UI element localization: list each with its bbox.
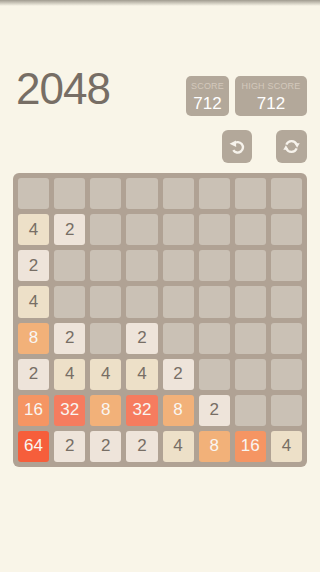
tile-4: 4 [18, 286, 49, 317]
empty-cell [18, 178, 49, 209]
tile-8: 8 [163, 395, 194, 426]
refresh-button[interactable] [276, 130, 307, 163]
empty-cell [271, 178, 302, 209]
high-score-label: HIGH SCORE [235, 82, 307, 91]
empty-cell [271, 250, 302, 281]
empty-cell [199, 250, 230, 281]
empty-cell [199, 214, 230, 245]
tile-4: 4 [126, 359, 157, 390]
empty-cell [90, 178, 121, 209]
tile-2: 2 [54, 214, 85, 245]
empty-cell [163, 178, 194, 209]
empty-cell [126, 250, 157, 281]
tile-8: 8 [199, 431, 230, 462]
score-value: 712 [186, 94, 229, 113]
high-score-box: HIGH SCORE 712 [235, 76, 307, 116]
empty-cell [199, 178, 230, 209]
tile-32: 32 [126, 395, 157, 426]
undo-icon [227, 136, 248, 157]
tile-2: 2 [54, 431, 85, 462]
empty-cell [199, 359, 230, 390]
empty-cell [235, 250, 266, 281]
empty-cell [235, 323, 266, 354]
empty-cell [199, 286, 230, 317]
empty-cell [271, 286, 302, 317]
empty-cell [126, 286, 157, 317]
tile-2: 2 [18, 250, 49, 281]
status-bar-shadow [0, 0, 320, 6]
empty-cell [235, 214, 266, 245]
empty-cell [54, 178, 85, 209]
tile-4: 4 [163, 431, 194, 462]
empty-cell [271, 395, 302, 426]
tile-2: 2 [54, 323, 85, 354]
tile-4: 4 [54, 359, 85, 390]
empty-cell [199, 323, 230, 354]
tile-2: 2 [18, 359, 49, 390]
tile-4: 4 [18, 214, 49, 245]
empty-cell [126, 214, 157, 245]
score-box: SCORE 712 [186, 76, 229, 116]
empty-cell [235, 395, 266, 426]
empty-cell [90, 250, 121, 281]
empty-cell [235, 178, 266, 209]
score-label: SCORE [186, 82, 229, 91]
empty-cell [163, 286, 194, 317]
empty-cell [163, 214, 194, 245]
tile-64: 64 [18, 431, 49, 462]
tile-4: 4 [90, 359, 121, 390]
tile-2: 2 [126, 431, 157, 462]
tile-4: 4 [271, 431, 302, 462]
tile-16: 16 [235, 431, 266, 462]
app-title: 2048 [16, 67, 110, 111]
empty-cell [163, 323, 194, 354]
refresh-icon [281, 136, 302, 157]
empty-cell [90, 214, 121, 245]
tile-32: 32 [54, 395, 85, 426]
tile-2: 2 [199, 395, 230, 426]
tile-2: 2 [90, 431, 121, 462]
undo-button[interactable] [222, 130, 252, 163]
empty-cell [126, 178, 157, 209]
high-score-value: 712 [235, 94, 307, 113]
empty-cell [163, 250, 194, 281]
empty-cell [54, 286, 85, 317]
tile-2: 2 [126, 323, 157, 354]
empty-cell [271, 323, 302, 354]
empty-cell [271, 359, 302, 390]
tile-8: 8 [18, 323, 49, 354]
tile-2: 2 [163, 359, 194, 390]
tile-16: 16 [18, 395, 49, 426]
board-grid[interactable]: 4224822244421632832826422248164 [13, 173, 307, 467]
tile-8: 8 [90, 395, 121, 426]
empty-cell [271, 214, 302, 245]
empty-cell [235, 359, 266, 390]
empty-cell [235, 286, 266, 317]
empty-cell [90, 323, 121, 354]
empty-cell [54, 250, 85, 281]
empty-cell [90, 286, 121, 317]
